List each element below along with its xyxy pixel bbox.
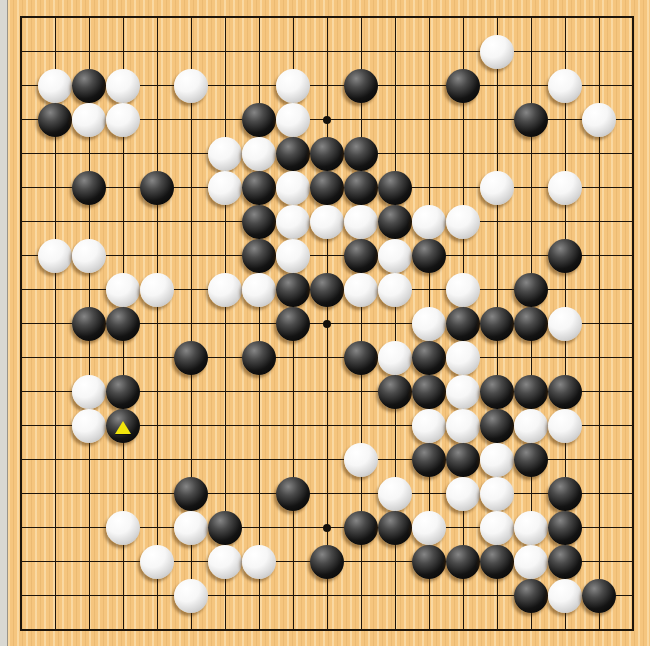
intersection[interactable]	[310, 137, 344, 171]
intersection[interactable]	[378, 103, 412, 137]
intersection[interactable]	[616, 341, 650, 375]
intersection[interactable]	[616, 545, 650, 579]
intersection[interactable]	[480, 375, 514, 409]
intersection[interactable]	[72, 1, 106, 35]
intersection[interactable]	[412, 443, 446, 477]
intersection[interactable]	[242, 35, 276, 69]
intersection[interactable]	[412, 1, 446, 35]
intersection[interactable]	[242, 375, 276, 409]
intersection[interactable]	[310, 35, 344, 69]
intersection[interactable]	[38, 545, 72, 579]
intersection[interactable]	[242, 103, 276, 137]
intersection[interactable]	[582, 35, 616, 69]
intersection[interactable]	[38, 69, 72, 103]
intersection[interactable]	[140, 239, 174, 273]
intersection[interactable]	[548, 239, 582, 273]
intersection[interactable]	[310, 171, 344, 205]
intersection[interactable]	[4, 409, 38, 443]
intersection[interactable]	[412, 545, 446, 579]
intersection[interactable]	[582, 409, 616, 443]
intersection[interactable]	[480, 409, 514, 443]
intersection[interactable]	[412, 511, 446, 545]
intersection[interactable]	[140, 375, 174, 409]
intersection[interactable]	[514, 137, 548, 171]
intersection[interactable]	[378, 1, 412, 35]
intersection[interactable]	[412, 35, 446, 69]
intersection[interactable]	[4, 477, 38, 511]
intersection[interactable]	[446, 307, 480, 341]
intersection[interactable]	[310, 375, 344, 409]
intersection[interactable]	[378, 35, 412, 69]
intersection[interactable]	[38, 307, 72, 341]
intersection[interactable]	[446, 511, 480, 545]
intersection[interactable]	[72, 69, 106, 103]
intersection[interactable]	[242, 545, 276, 579]
intersection[interactable]	[446, 613, 480, 646]
intersection[interactable]	[242, 613, 276, 646]
intersection[interactable]	[480, 1, 514, 35]
intersection[interactable]	[514, 375, 548, 409]
intersection[interactable]	[480, 273, 514, 307]
intersection[interactable]	[446, 103, 480, 137]
intersection[interactable]	[208, 273, 242, 307]
intersection[interactable]	[548, 1, 582, 35]
intersection[interactable]	[4, 205, 38, 239]
intersection[interactable]	[378, 205, 412, 239]
intersection[interactable]	[4, 375, 38, 409]
intersection[interactable]	[106, 579, 140, 613]
intersection[interactable]	[310, 273, 344, 307]
intersection[interactable]	[480, 477, 514, 511]
intersection[interactable]	[106, 137, 140, 171]
intersection[interactable]	[276, 171, 310, 205]
intersection[interactable]	[140, 545, 174, 579]
intersection[interactable]	[276, 511, 310, 545]
intersection[interactable]	[174, 103, 208, 137]
intersection[interactable]	[480, 443, 514, 477]
intersection[interactable]	[276, 137, 310, 171]
intersection[interactable]	[480, 171, 514, 205]
intersection[interactable]	[4, 443, 38, 477]
intersection[interactable]	[140, 341, 174, 375]
intersection[interactable]	[72, 511, 106, 545]
intersection[interactable]	[174, 443, 208, 477]
intersection[interactable]	[446, 1, 480, 35]
intersection[interactable]	[38, 375, 72, 409]
intersection[interactable]	[4, 239, 38, 273]
intersection[interactable]	[72, 375, 106, 409]
intersection[interactable]	[412, 375, 446, 409]
intersection[interactable]	[344, 341, 378, 375]
intersection[interactable]	[208, 443, 242, 477]
intersection[interactable]	[38, 341, 72, 375]
intersection[interactable]	[174, 35, 208, 69]
intersection[interactable]	[446, 409, 480, 443]
intersection[interactable]	[582, 477, 616, 511]
intersection[interactable]	[72, 409, 106, 443]
intersection[interactable]	[208, 477, 242, 511]
intersection[interactable]	[310, 409, 344, 443]
intersection[interactable]	[174, 273, 208, 307]
intersection[interactable]	[616, 35, 650, 69]
intersection[interactable]	[446, 35, 480, 69]
intersection[interactable]	[310, 103, 344, 137]
intersection[interactable]	[4, 273, 38, 307]
intersection[interactable]	[310, 477, 344, 511]
intersection[interactable]	[72, 477, 106, 511]
intersection[interactable]	[106, 511, 140, 545]
intersection[interactable]	[480, 69, 514, 103]
intersection[interactable]	[378, 69, 412, 103]
intersection[interactable]	[548, 69, 582, 103]
intersection[interactable]	[310, 205, 344, 239]
intersection[interactable]	[480, 613, 514, 646]
intersection[interactable]	[344, 35, 378, 69]
intersection[interactable]	[208, 35, 242, 69]
intersection[interactable]	[140, 103, 174, 137]
intersection[interactable]	[514, 35, 548, 69]
intersection[interactable]	[514, 341, 548, 375]
intersection[interactable]	[344, 579, 378, 613]
intersection[interactable]	[242, 69, 276, 103]
intersection[interactable]	[378, 239, 412, 273]
intersection[interactable]	[4, 545, 38, 579]
intersection[interactable]	[242, 307, 276, 341]
intersection[interactable]	[378, 545, 412, 579]
intersection[interactable]	[310, 1, 344, 35]
intersection[interactable]	[174, 511, 208, 545]
intersection[interactable]	[140, 579, 174, 613]
intersection[interactable]	[208, 375, 242, 409]
intersection[interactable]	[412, 171, 446, 205]
intersection[interactable]	[514, 409, 548, 443]
intersection[interactable]	[616, 69, 650, 103]
intersection[interactable]	[412, 137, 446, 171]
intersection[interactable]	[208, 307, 242, 341]
intersection[interactable]	[616, 443, 650, 477]
intersection[interactable]	[378, 375, 412, 409]
intersection[interactable]	[38, 273, 72, 307]
intersection[interactable]	[378, 409, 412, 443]
intersection[interactable]	[582, 103, 616, 137]
intersection[interactable]	[72, 443, 106, 477]
intersection[interactable]	[616, 477, 650, 511]
intersection[interactable]	[72, 171, 106, 205]
intersection[interactable]	[140, 137, 174, 171]
intersection[interactable]	[38, 137, 72, 171]
intersection[interactable]	[344, 477, 378, 511]
intersection[interactable]	[480, 307, 514, 341]
intersection[interactable]	[548, 409, 582, 443]
intersection[interactable]	[106, 205, 140, 239]
intersection[interactable]	[174, 307, 208, 341]
intersection[interactable]	[140, 205, 174, 239]
intersection[interactable]	[548, 341, 582, 375]
intersection[interactable]	[208, 103, 242, 137]
intersection[interactable]	[548, 273, 582, 307]
intersection[interactable]	[582, 205, 616, 239]
intersection[interactable]	[242, 205, 276, 239]
intersection[interactable]	[582, 613, 616, 646]
intersection[interactable]	[140, 273, 174, 307]
intersection[interactable]	[344, 545, 378, 579]
intersection[interactable]	[174, 239, 208, 273]
intersection[interactable]	[378, 613, 412, 646]
intersection[interactable]	[242, 579, 276, 613]
intersection[interactable]	[310, 511, 344, 545]
intersection[interactable]	[582, 511, 616, 545]
intersection[interactable]	[4, 579, 38, 613]
intersection[interactable]	[4, 341, 38, 375]
intersection[interactable]	[412, 613, 446, 646]
intersection[interactable]	[616, 1, 650, 35]
intersection[interactable]	[4, 1, 38, 35]
intersection[interactable]	[378, 511, 412, 545]
intersection[interactable]	[310, 69, 344, 103]
intersection[interactable]	[72, 613, 106, 646]
intersection[interactable]	[276, 69, 310, 103]
intersection[interactable]	[38, 1, 72, 35]
intersection[interactable]	[242, 239, 276, 273]
intersection[interactable]	[208, 545, 242, 579]
intersection[interactable]	[310, 545, 344, 579]
intersection[interactable]	[276, 409, 310, 443]
intersection[interactable]	[38, 511, 72, 545]
intersection[interactable]	[412, 579, 446, 613]
intersection[interactable]	[38, 239, 72, 273]
intersection[interactable]	[140, 409, 174, 443]
intersection[interactable]	[242, 341, 276, 375]
intersection[interactable]	[582, 579, 616, 613]
intersection[interactable]	[616, 579, 650, 613]
intersection[interactable]	[412, 239, 446, 273]
intersection[interactable]	[106, 545, 140, 579]
intersection[interactable]	[106, 409, 140, 443]
intersection[interactable]	[344, 239, 378, 273]
intersection[interactable]	[378, 579, 412, 613]
intersection[interactable]	[276, 307, 310, 341]
intersection[interactable]	[208, 613, 242, 646]
intersection[interactable]	[514, 307, 548, 341]
intersection[interactable]	[276, 273, 310, 307]
intersection[interactable]	[106, 341, 140, 375]
intersection[interactable]	[582, 307, 616, 341]
intersection[interactable]	[276, 103, 310, 137]
intersection[interactable]	[276, 341, 310, 375]
intersection[interactable]	[4, 171, 38, 205]
intersection[interactable]	[446, 171, 480, 205]
intersection[interactable]	[378, 443, 412, 477]
intersection[interactable]	[412, 205, 446, 239]
intersection[interactable]	[106, 69, 140, 103]
intersection[interactable]	[344, 443, 378, 477]
intersection[interactable]	[106, 171, 140, 205]
intersection[interactable]	[616, 137, 650, 171]
intersection[interactable]	[276, 1, 310, 35]
intersection[interactable]	[174, 375, 208, 409]
intersection[interactable]	[242, 171, 276, 205]
intersection[interactable]	[344, 307, 378, 341]
intersection[interactable]	[548, 579, 582, 613]
intersection[interactable]	[174, 171, 208, 205]
intersection[interactable]	[616, 171, 650, 205]
intersection[interactable]	[446, 545, 480, 579]
intersection[interactable]	[208, 205, 242, 239]
intersection[interactable]	[38, 35, 72, 69]
intersection[interactable]	[582, 137, 616, 171]
intersection[interactable]	[582, 341, 616, 375]
intersection[interactable]	[276, 613, 310, 646]
intersection[interactable]	[616, 239, 650, 273]
intersection[interactable]	[38, 171, 72, 205]
intersection[interactable]	[72, 103, 106, 137]
intersection[interactable]	[208, 239, 242, 273]
intersection[interactable]	[310, 443, 344, 477]
intersection[interactable]	[174, 1, 208, 35]
intersection[interactable]	[140, 35, 174, 69]
intersection[interactable]	[72, 273, 106, 307]
intersection[interactable]	[4, 137, 38, 171]
intersection[interactable]	[616, 307, 650, 341]
intersection[interactable]	[446, 137, 480, 171]
intersection[interactable]	[412, 103, 446, 137]
intersection[interactable]	[140, 477, 174, 511]
intersection[interactable]	[310, 341, 344, 375]
intersection[interactable]	[106, 307, 140, 341]
intersection[interactable]	[514, 579, 548, 613]
intersection[interactable]	[344, 375, 378, 409]
intersection[interactable]	[242, 1, 276, 35]
intersection[interactable]	[242, 273, 276, 307]
intersection[interactable]	[480, 511, 514, 545]
intersection[interactable]	[140, 613, 174, 646]
intersection[interactable]	[446, 375, 480, 409]
intersection[interactable]	[72, 307, 106, 341]
intersection[interactable]	[480, 137, 514, 171]
intersection[interactable]	[106, 443, 140, 477]
intersection[interactable]	[174, 409, 208, 443]
intersection[interactable]	[4, 103, 38, 137]
intersection[interactable]	[106, 1, 140, 35]
intersection[interactable]	[106, 375, 140, 409]
intersection[interactable]	[140, 69, 174, 103]
intersection[interactable]	[378, 137, 412, 171]
intersection[interactable]	[276, 205, 310, 239]
intersection[interactable]	[514, 477, 548, 511]
intersection[interactable]	[242, 477, 276, 511]
intersection[interactable]	[208, 511, 242, 545]
intersection[interactable]	[140, 307, 174, 341]
intersection[interactable]	[514, 239, 548, 273]
intersection[interactable]	[480, 545, 514, 579]
intersection[interactable]	[344, 273, 378, 307]
intersection[interactable]	[174, 477, 208, 511]
intersection[interactable]	[616, 409, 650, 443]
intersection[interactable]	[548, 205, 582, 239]
intersection[interactable]	[344, 137, 378, 171]
intersection[interactable]	[344, 1, 378, 35]
intersection[interactable]	[310, 239, 344, 273]
intersection[interactable]	[344, 409, 378, 443]
intersection[interactable]	[38, 477, 72, 511]
intersection[interactable]	[208, 137, 242, 171]
intersection[interactable]	[4, 35, 38, 69]
intersection[interactable]	[514, 273, 548, 307]
intersection[interactable]	[480, 239, 514, 273]
intersection[interactable]	[344, 511, 378, 545]
intersection[interactable]	[378, 273, 412, 307]
intersection[interactable]	[480, 341, 514, 375]
intersection[interactable]	[548, 137, 582, 171]
intersection[interactable]	[174, 69, 208, 103]
intersection[interactable]	[446, 239, 480, 273]
intersection[interactable]	[548, 103, 582, 137]
intersection[interactable]	[412, 273, 446, 307]
intersection[interactable]	[310, 613, 344, 646]
intersection[interactable]	[582, 171, 616, 205]
intersection[interactable]	[106, 613, 140, 646]
intersection[interactable]	[4, 69, 38, 103]
intersection[interactable]	[548, 35, 582, 69]
intersection[interactable]	[548, 307, 582, 341]
intersection[interactable]	[616, 205, 650, 239]
intersection[interactable]	[446, 69, 480, 103]
intersection[interactable]	[174, 341, 208, 375]
intersection[interactable]	[276, 375, 310, 409]
intersection[interactable]	[140, 511, 174, 545]
intersection[interactable]	[174, 205, 208, 239]
intersection[interactable]	[140, 443, 174, 477]
intersection[interactable]	[276, 35, 310, 69]
intersection[interactable]	[174, 613, 208, 646]
intersection[interactable]	[344, 103, 378, 137]
intersection[interactable]	[446, 579, 480, 613]
intersection[interactable]	[616, 613, 650, 646]
intersection[interactable]	[276, 545, 310, 579]
intersection[interactable]	[412, 477, 446, 511]
intersection[interactable]	[514, 545, 548, 579]
intersection[interactable]	[72, 205, 106, 239]
intersection[interactable]	[208, 69, 242, 103]
intersection[interactable]	[446, 443, 480, 477]
intersection[interactable]	[582, 239, 616, 273]
intersection[interactable]	[378, 477, 412, 511]
intersection[interactable]	[480, 35, 514, 69]
intersection[interactable]	[276, 443, 310, 477]
intersection[interactable]	[514, 69, 548, 103]
intersection[interactable]	[310, 307, 344, 341]
intersection[interactable]	[208, 409, 242, 443]
intersection[interactable]	[106, 273, 140, 307]
intersection[interactable]	[174, 137, 208, 171]
intersection[interactable]	[480, 579, 514, 613]
intersection[interactable]	[582, 443, 616, 477]
intersection[interactable]	[242, 443, 276, 477]
intersection[interactable]	[514, 205, 548, 239]
intersection[interactable]	[72, 579, 106, 613]
intersection[interactable]	[582, 1, 616, 35]
intersection[interactable]	[548, 171, 582, 205]
intersection[interactable]	[72, 137, 106, 171]
intersection[interactable]	[582, 545, 616, 579]
intersection[interactable]	[276, 477, 310, 511]
intersection[interactable]	[4, 613, 38, 646]
intersection[interactable]	[616, 511, 650, 545]
intersection[interactable]	[582, 69, 616, 103]
intersection[interactable]	[514, 443, 548, 477]
intersection[interactable]	[616, 375, 650, 409]
intersection[interactable]	[548, 443, 582, 477]
